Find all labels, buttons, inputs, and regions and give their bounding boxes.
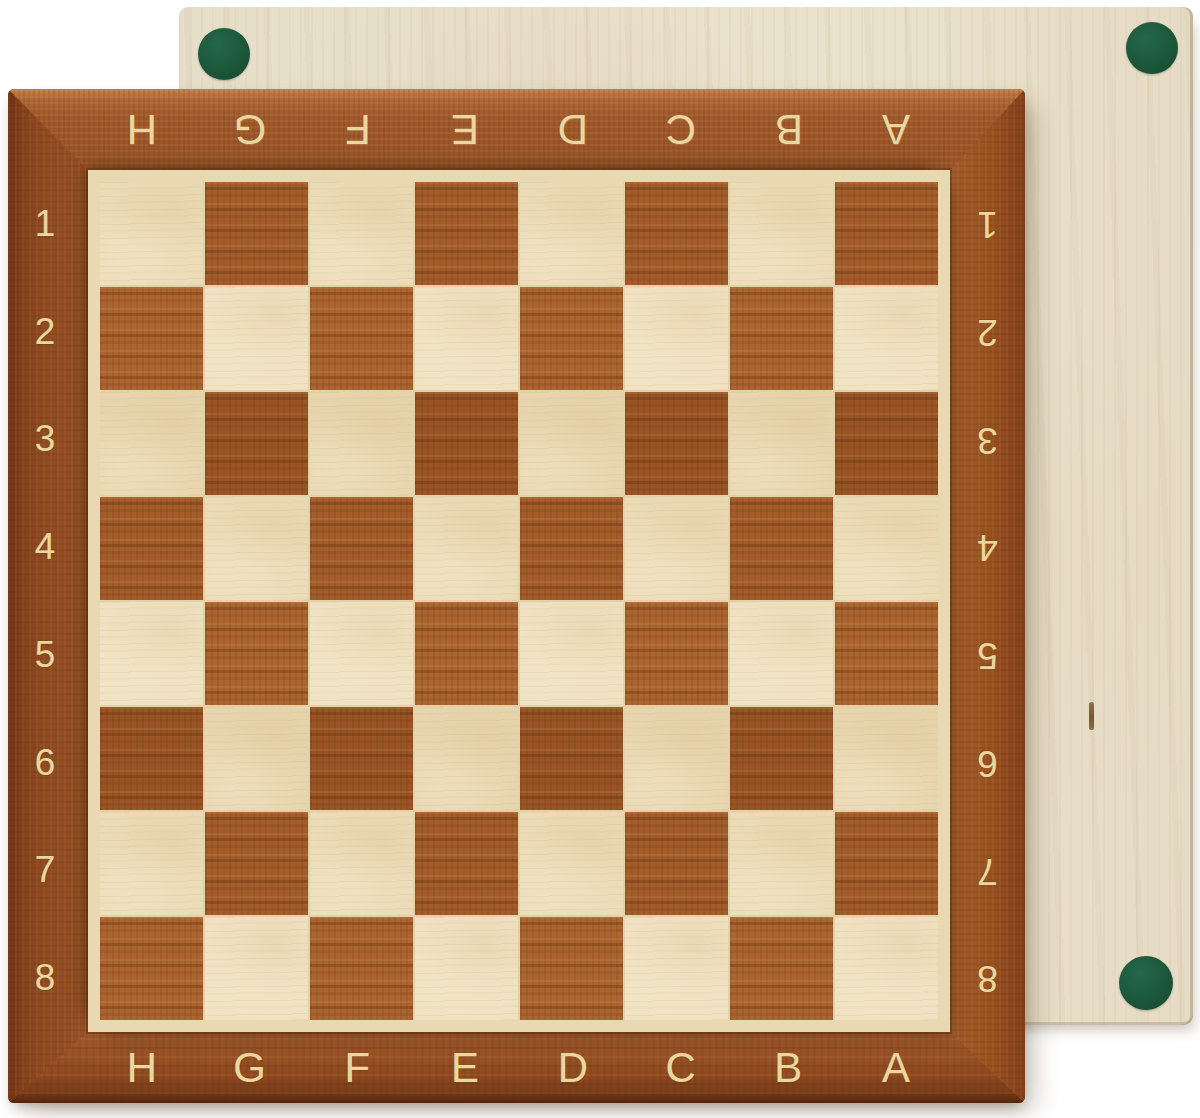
product-photo-scene: HGFEDCBA HGFEDCBA 12345678 12345678 <box>0 0 1200 1118</box>
square-d2 <box>520 287 623 390</box>
square-e2 <box>415 287 518 390</box>
file-labels-top: HGFEDCBA <box>88 89 950 170</box>
felt-pad-bottom-right <box>1119 956 1173 1010</box>
square-c5 <box>625 602 728 705</box>
file-label-bottom-c: C <box>627 1032 735 1103</box>
rank-label-right-5: 5 <box>950 601 1025 709</box>
rank-label-right-7: 7 <box>950 817 1025 925</box>
square-h1 <box>100 182 203 285</box>
square-f5 <box>310 602 413 705</box>
rank-labels-right: 12345678 <box>950 170 1025 1032</box>
square-f8 <box>310 917 413 1020</box>
square-d1 <box>520 182 623 285</box>
file-label-top-c: C <box>627 89 735 170</box>
square-c1 <box>625 182 728 285</box>
wood-grain-knot <box>1089 702 1094 730</box>
square-a2 <box>835 287 938 390</box>
square-f2 <box>310 287 413 390</box>
square-c6 <box>625 707 728 810</box>
square-f4 <box>310 497 413 600</box>
square-g1 <box>205 182 308 285</box>
rank-label-left-6: 6 <box>8 709 88 817</box>
rank-label-right-8: 8 <box>950 924 1025 1032</box>
square-e7 <box>415 812 518 915</box>
rank-label-right-2: 2 <box>950 278 1025 386</box>
file-label-bottom-a: A <box>842 1032 950 1103</box>
square-d4 <box>520 497 623 600</box>
file-label-top-e: E <box>411 89 519 170</box>
square-a6 <box>835 707 938 810</box>
rank-label-left-1: 1 <box>8 170 88 278</box>
square-c7 <box>625 812 728 915</box>
square-c2 <box>625 287 728 390</box>
square-h7 <box>100 812 203 915</box>
rank-label-left-8: 8 <box>8 924 88 1032</box>
file-label-top-f: F <box>304 89 412 170</box>
square-b8 <box>730 917 833 1020</box>
square-b4 <box>730 497 833 600</box>
felt-pad-top-left <box>198 28 250 80</box>
rank-label-right-4: 4 <box>950 493 1025 601</box>
square-h2 <box>100 287 203 390</box>
chessboard: HGFEDCBA HGFEDCBA 12345678 12345678 <box>8 89 1025 1103</box>
square-g5 <box>205 602 308 705</box>
file-labels-bottom: HGFEDCBA <box>88 1032 950 1103</box>
square-f6 <box>310 707 413 810</box>
square-b6 <box>730 707 833 810</box>
square-h8 <box>100 917 203 1020</box>
file-label-bottom-h: H <box>88 1032 196 1103</box>
file-label-top-h: H <box>88 89 196 170</box>
square-g8 <box>205 917 308 1020</box>
square-g7 <box>205 812 308 915</box>
felt-pad-top-right <box>1126 22 1178 74</box>
square-d3 <box>520 392 623 495</box>
square-b3 <box>730 392 833 495</box>
rank-label-left-4: 4 <box>8 493 88 601</box>
square-b7 <box>730 812 833 915</box>
rank-label-left-7: 7 <box>8 817 88 925</box>
file-label-top-d: D <box>519 89 627 170</box>
square-f3 <box>310 392 413 495</box>
rank-label-left-5: 5 <box>8 601 88 709</box>
square-a7 <box>835 812 938 915</box>
square-b1 <box>730 182 833 285</box>
square-e6 <box>415 707 518 810</box>
square-c3 <box>625 392 728 495</box>
square-e5 <box>415 602 518 705</box>
square-e1 <box>415 182 518 285</box>
rank-label-left-2: 2 <box>8 278 88 386</box>
file-label-top-b: B <box>735 89 843 170</box>
square-a5 <box>835 602 938 705</box>
square-h3 <box>100 392 203 495</box>
square-b5 <box>730 602 833 705</box>
square-b2 <box>730 287 833 390</box>
file-label-bottom-g: G <box>196 1032 304 1103</box>
rank-label-right-1: 1 <box>950 170 1025 278</box>
file-label-bottom-f: F <box>304 1032 412 1103</box>
square-e3 <box>415 392 518 495</box>
square-d8 <box>520 917 623 1020</box>
square-h4 <box>100 497 203 600</box>
rank-labels-left: 12345678 <box>8 170 88 1032</box>
rank-label-left-3: 3 <box>8 386 88 494</box>
square-h6 <box>100 707 203 810</box>
file-label-bottom-e: E <box>411 1032 519 1103</box>
board-grid <box>100 182 938 1020</box>
square-a8 <box>835 917 938 1020</box>
square-a4 <box>835 497 938 600</box>
rank-label-right-6: 6 <box>950 709 1025 817</box>
square-d5 <box>520 602 623 705</box>
file-label-top-g: G <box>196 89 304 170</box>
square-f1 <box>310 182 413 285</box>
file-label-bottom-b: B <box>735 1032 843 1103</box>
file-label-top-a: A <box>842 89 950 170</box>
square-c8 <box>625 917 728 1020</box>
playing-area <box>88 170 950 1032</box>
square-d7 <box>520 812 623 915</box>
square-e8 <box>415 917 518 1020</box>
square-g6 <box>205 707 308 810</box>
rank-label-right-3: 3 <box>950 386 1025 494</box>
square-a3 <box>835 392 938 495</box>
square-d6 <box>520 707 623 810</box>
square-g3 <box>205 392 308 495</box>
square-a1 <box>835 182 938 285</box>
square-e4 <box>415 497 518 600</box>
square-c4 <box>625 497 728 600</box>
file-label-bottom-d: D <box>519 1032 627 1103</box>
square-f7 <box>310 812 413 915</box>
square-g2 <box>205 287 308 390</box>
square-g4 <box>205 497 308 600</box>
square-h5 <box>100 602 203 705</box>
